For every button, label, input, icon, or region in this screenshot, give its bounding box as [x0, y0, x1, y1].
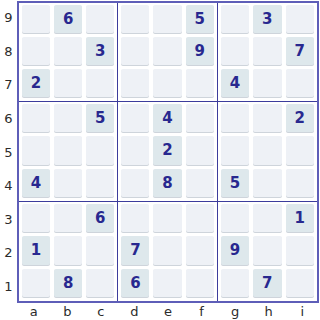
- cell-g6[interactable]: [221, 104, 249, 132]
- cell-d8[interactable]: [121, 37, 149, 65]
- cell-i1[interactable]: [286, 269, 314, 297]
- cell-i4[interactable]: [286, 169, 314, 197]
- sudoku-screenshot: 987654321 63259374544282561876197 abcdef…: [0, 0, 320, 320]
- cell-a5[interactable]: [22, 136, 50, 164]
- cell-h8[interactable]: [253, 37, 281, 65]
- box-2-1: 54: [19, 102, 118, 201]
- cell-b8[interactable]: [54, 37, 82, 65]
- cell-e6[interactable]: 4: [153, 104, 181, 132]
- cell-b7[interactable]: [54, 69, 82, 97]
- cell-e9[interactable]: [153, 5, 181, 33]
- cell-h2[interactable]: [253, 236, 281, 264]
- col-label-d: d: [118, 302, 152, 320]
- row-label-3: 3: [0, 202, 17, 236]
- cell-a9[interactable]: [22, 5, 50, 33]
- row-label-9: 9: [0, 1, 17, 35]
- cell-h7[interactable]: [253, 69, 281, 97]
- col-label-c: c: [84, 302, 118, 320]
- cell-f9[interactable]: 5: [186, 5, 214, 33]
- col-label-g: g: [218, 302, 252, 320]
- cell-a4[interactable]: 4: [22, 169, 50, 197]
- row-label-6: 6: [0, 102, 17, 136]
- cell-d7[interactable]: [121, 69, 149, 97]
- cell-h6[interactable]: [253, 104, 281, 132]
- cell-b3[interactable]: [54, 204, 82, 232]
- cell-c6[interactable]: 5: [86, 104, 114, 132]
- cell-d5[interactable]: [121, 136, 149, 164]
- cell-b6[interactable]: [54, 104, 82, 132]
- cell-c1[interactable]: [86, 269, 114, 297]
- cell-h3[interactable]: [253, 204, 281, 232]
- cell-f8[interactable]: 9: [186, 37, 214, 65]
- box-3-3: 197: [218, 202, 317, 301]
- cell-c3[interactable]: 6: [86, 204, 114, 232]
- cell-i7[interactable]: [286, 69, 314, 97]
- cell-g2[interactable]: 9: [221, 236, 249, 264]
- cell-d6[interactable]: [121, 104, 149, 132]
- cell-h5[interactable]: [253, 136, 281, 164]
- row-label-1: 1: [0, 270, 17, 304]
- cell-b1[interactable]: 8: [54, 269, 82, 297]
- cell-e7[interactable]: [153, 69, 181, 97]
- cell-a1[interactable]: [22, 269, 50, 297]
- cell-e4[interactable]: 8: [153, 169, 181, 197]
- cell-a8[interactable]: [22, 37, 50, 65]
- cell-f5[interactable]: [186, 136, 214, 164]
- cell-h9[interactable]: 3: [253, 5, 281, 33]
- cell-d9[interactable]: [121, 5, 149, 33]
- cell-g3[interactable]: [221, 204, 249, 232]
- cell-e2[interactable]: [153, 236, 181, 264]
- box-1-2: 59: [118, 3, 217, 102]
- cell-g8[interactable]: [221, 37, 249, 65]
- col-label-f: f: [185, 302, 219, 320]
- cell-f2[interactable]: [186, 236, 214, 264]
- cell-c4[interactable]: [86, 169, 114, 197]
- cell-c2[interactable]: [86, 236, 114, 264]
- cell-g4[interactable]: 5: [221, 169, 249, 197]
- row-label-4: 4: [0, 169, 17, 203]
- box-3-1: 618: [19, 202, 118, 301]
- col-label-e: e: [151, 302, 185, 320]
- cell-e5[interactable]: 2: [153, 136, 181, 164]
- cell-a6[interactable]: [22, 104, 50, 132]
- col-label-b: b: [51, 302, 85, 320]
- cell-b9[interactable]: 6: [54, 5, 82, 33]
- box-2-2: 428: [118, 102, 217, 201]
- cell-f7[interactable]: [186, 69, 214, 97]
- col-label-h: h: [252, 302, 286, 320]
- row-labels: 987654321: [0, 1, 17, 303]
- row-label-2: 2: [0, 236, 17, 270]
- cell-d4[interactable]: [121, 169, 149, 197]
- row-label-5: 5: [0, 135, 17, 169]
- cell-g9[interactable]: [221, 5, 249, 33]
- box-3-2: 76: [118, 202, 217, 301]
- cell-d2[interactable]: 7: [121, 236, 149, 264]
- box-1-3: 374: [218, 3, 317, 102]
- cell-g5[interactable]: [221, 136, 249, 164]
- cell-f4[interactable]: [186, 169, 214, 197]
- sudoku-board: 63259374544282561876197: [17, 1, 319, 303]
- cell-a3[interactable]: [22, 204, 50, 232]
- cell-e3[interactable]: [153, 204, 181, 232]
- cell-a2[interactable]: 1: [22, 236, 50, 264]
- cell-i2[interactable]: [286, 236, 314, 264]
- cell-i6[interactable]: 2: [286, 104, 314, 132]
- cell-f3[interactable]: [186, 204, 214, 232]
- cell-c9[interactable]: [86, 5, 114, 33]
- box-1-1: 632: [19, 3, 118, 102]
- col-labels: abcdefghi: [17, 302, 319, 320]
- cell-f6[interactable]: [186, 104, 214, 132]
- cell-g1[interactable]: [221, 269, 249, 297]
- cell-i9[interactable]: [286, 5, 314, 33]
- cell-i5[interactable]: [286, 136, 314, 164]
- cell-b4[interactable]: [54, 169, 82, 197]
- cell-c8[interactable]: 3: [86, 37, 114, 65]
- box-2-3: 25: [218, 102, 317, 201]
- cell-d1[interactable]: 6: [121, 269, 149, 297]
- cell-e1[interactable]: [153, 269, 181, 297]
- cell-d3[interactable]: [121, 204, 149, 232]
- col-label-a: a: [17, 302, 51, 320]
- cell-e8[interactable]: [153, 37, 181, 65]
- cell-c5[interactable]: [86, 136, 114, 164]
- cell-h4[interactable]: [253, 169, 281, 197]
- cell-a7[interactable]: 2: [22, 69, 50, 97]
- cell-b2[interactable]: [54, 236, 82, 264]
- cell-c7[interactable]: [86, 69, 114, 97]
- cell-b5[interactable]: [54, 136, 82, 164]
- cell-h1[interactable]: 7: [253, 269, 281, 297]
- cell-i8[interactable]: 7: [286, 37, 314, 65]
- cell-f1[interactable]: [186, 269, 214, 297]
- cell-g7[interactable]: 4: [221, 69, 249, 97]
- col-label-i: i: [286, 302, 320, 320]
- cell-i3[interactable]: 1: [286, 204, 314, 232]
- row-label-8: 8: [0, 35, 17, 69]
- row-label-7: 7: [0, 68, 17, 102]
